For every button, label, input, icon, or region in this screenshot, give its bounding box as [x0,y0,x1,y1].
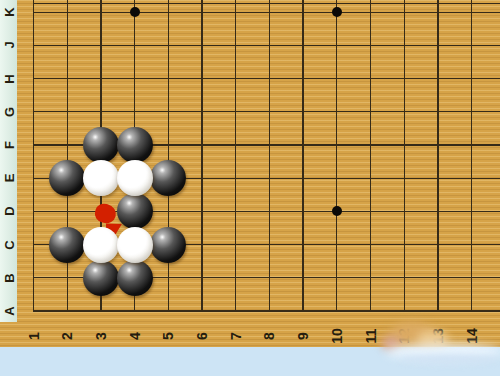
row-label: E [1,174,16,183]
grid-line [34,45,500,46]
white-stone [117,160,153,196]
black-stone [49,227,85,263]
row-label: K [1,7,16,16]
grid-line [336,0,337,312]
grid-line [404,0,405,312]
white-stone [83,160,119,196]
go-diagram: ABCDEFGHJK1234567891011121314 [0,0,500,376]
black-stone [117,193,153,229]
star-point [332,7,342,17]
col-label: 8 [261,332,277,340]
row-label: G [1,107,16,117]
col-label: 6 [194,332,210,340]
grid-line [471,0,472,312]
row-label: D [1,207,16,216]
grid-line-cropped-top [34,3,500,4]
col-label: 4 [127,332,143,340]
col-label: 14 [464,328,480,344]
col-label: 11 [363,329,379,344]
row-label: A [1,306,16,315]
grid-line [201,0,202,312]
grid-line [168,0,169,312]
star-point [130,7,140,17]
black-stone [150,227,186,263]
black-stone [83,260,119,296]
grid-line [34,12,500,13]
black-stone [83,127,119,163]
black-stone [117,260,153,296]
grid-line [235,0,236,312]
white-stone [117,227,153,263]
row-label: B [1,273,16,282]
col-label: 2 [59,332,75,340]
grid-line [33,0,34,312]
grid-line [34,78,500,79]
grid-line [302,0,303,312]
row-label: F [1,141,16,149]
grid-line [269,0,270,312]
col-label: 9 [295,332,311,340]
col-label: 10 [329,328,345,344]
grid-line [34,111,500,112]
row-label: H [1,74,16,83]
col-label: 3 [93,332,109,340]
col-label: 1 [26,332,42,340]
grid-line [370,0,371,312]
grid-line [67,0,68,312]
row-label: C [1,240,16,249]
black-stone [117,127,153,163]
grid-line [34,310,500,311]
grid-line [437,0,438,312]
white-stone [83,227,119,263]
row-label: J [1,42,16,49]
col-label: 7 [228,332,244,340]
col-label: 5 [160,332,176,340]
